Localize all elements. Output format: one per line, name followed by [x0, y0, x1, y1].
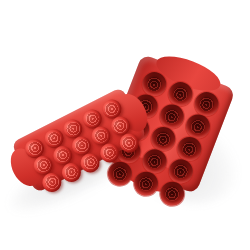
product-photo: [0, 0, 250, 250]
rose-swirl-pattern: [43, 173, 61, 191]
rose-swirl-pattern: [111, 165, 128, 182]
rose-swirl-pattern: [146, 153, 163, 170]
rose-swirl-pattern: [164, 185, 181, 202]
rose-swirl-pattern: [81, 154, 99, 172]
rose-swirl-pattern: [101, 144, 119, 162]
rose-swirl-pattern: [155, 130, 172, 147]
rose-swirl-pattern: [172, 85, 189, 102]
rose-swirl-pattern: [163, 108, 180, 125]
rose-swirl-pattern: [137, 175, 154, 192]
rose-swirl-pattern: [198, 95, 215, 112]
rose-swirl-pattern: [146, 75, 163, 92]
rose-swirl-pattern: [189, 118, 206, 135]
rose-swirl-pattern: [62, 163, 80, 181]
rose-swirl-pattern: [120, 134, 138, 152]
rose-swirl-pattern: [181, 140, 198, 157]
rose-swirl-pattern: [172, 163, 189, 180]
